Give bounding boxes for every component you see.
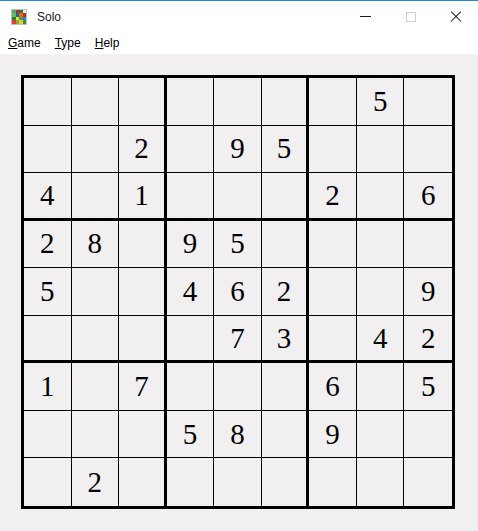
sudoku-cell-r1c2[interactable] — [72, 78, 120, 126]
sudoku-cell-r4c7[interactable] — [309, 221, 357, 269]
sudoku-cell-r7c9[interactable]: 5 — [404, 363, 452, 411]
sudoku-cell-r7c3[interactable]: 7 — [119, 363, 167, 411]
minimize-icon — [360, 16, 371, 17]
sudoku-cell-r2c1[interactable] — [24, 126, 72, 174]
sudoku-cell-r7c8[interactable] — [357, 363, 405, 411]
maximize-button — [388, 1, 433, 32]
sudoku-cell-r2c3[interactable]: 2 — [119, 126, 167, 174]
sudoku-cell-r3c2[interactable] — [72, 173, 120, 221]
sudoku-cell-r5c1[interactable]: 5 — [24, 268, 72, 316]
sudoku-cell-r8c6[interactable] — [262, 411, 310, 459]
sudoku-cell-r6c4[interactable] — [167, 316, 215, 364]
menu-game-hotkey: G — [8, 36, 17, 50]
sudoku-cell-r6c3[interactable] — [119, 316, 167, 364]
sudoku-cell-r9c8[interactable] — [357, 458, 405, 506]
sudoku-cell-r8c5[interactable]: 8 — [214, 411, 262, 459]
sudoku-cell-r2c4[interactable] — [167, 126, 215, 174]
sudoku-cell-r7c4[interactable] — [167, 363, 215, 411]
sudoku-cell-r5c4[interactable]: 4 — [167, 268, 215, 316]
sudoku-cell-r9c6[interactable] — [262, 458, 310, 506]
menu-game-rest: ame — [17, 36, 40, 50]
sudoku-cell-r7c2[interactable] — [72, 363, 120, 411]
sudoku-cell-r5c6[interactable]: 2 — [262, 268, 310, 316]
sudoku-cell-r3c1[interactable]: 4 — [24, 173, 72, 221]
sudoku-cell-r1c8[interactable]: 5 — [357, 78, 405, 126]
sudoku-cell-r8c4[interactable]: 5 — [167, 411, 215, 459]
sudoku-cell-r3c8[interactable] — [357, 173, 405, 221]
sudoku-cell-r8c7[interactable]: 9 — [309, 411, 357, 459]
close-button[interactable] — [433, 1, 478, 32]
sudoku-cell-r4c6[interactable] — [262, 221, 310, 269]
menu-type[interactable]: Type — [48, 33, 88, 54]
sudoku-cell-r5c8[interactable] — [357, 268, 405, 316]
sudoku-cell-r1c6[interactable] — [262, 78, 310, 126]
sudoku-cell-r3c7[interactable]: 2 — [309, 173, 357, 221]
sudoku-cell-r6c2[interactable] — [72, 316, 120, 364]
minimize-button[interactable] — [343, 1, 388, 32]
sudoku-cell-r3c4[interactable] — [167, 173, 215, 221]
app-window: Solo Game Type Help 52954126289554629734… — [0, 0, 478, 531]
sudoku-cell-r4c3[interactable] — [119, 221, 167, 269]
menu-type-rest: ype — [61, 36, 80, 50]
sudoku-cell-r3c3[interactable]: 1 — [119, 173, 167, 221]
menu-bar: Game Type Help — [0, 32, 478, 55]
sudoku-cell-r9c9[interactable] — [404, 458, 452, 506]
sudoku-cell-r1c3[interactable] — [119, 78, 167, 126]
sudoku-cell-r4c1[interactable]: 2 — [24, 221, 72, 269]
title-bar: Solo — [0, 1, 478, 32]
maximize-icon — [406, 12, 416, 22]
game-area: 52954126289554629734217655892 — [0, 55, 478, 531]
menu-help-rest: elp — [103, 36, 119, 50]
sudoku-cell-r8c9[interactable] — [404, 411, 452, 459]
sudoku-cell-r9c5[interactable] — [214, 458, 262, 506]
sudoku-cell-r3c9[interactable]: 6 — [404, 173, 452, 221]
sudoku-cell-r5c7[interactable] — [309, 268, 357, 316]
sudoku-cell-r8c1[interactable] — [24, 411, 72, 459]
sudoku-cell-r6c6[interactable]: 3 — [262, 316, 310, 364]
sudoku-cell-r9c1[interactable] — [24, 458, 72, 506]
window-title: Solo — [37, 10, 61, 24]
sudoku-cell-r7c7[interactable]: 6 — [309, 363, 357, 411]
sudoku-cell-r9c3[interactable] — [119, 458, 167, 506]
sudoku-cell-r2c5[interactable]: 9 — [214, 126, 262, 174]
sudoku-cell-r6c5[interactable]: 7 — [214, 316, 262, 364]
menu-game[interactable]: Game — [1, 33, 48, 54]
sudoku-cell-r5c2[interactable] — [72, 268, 120, 316]
sudoku-cell-r6c1[interactable] — [24, 316, 72, 364]
sudoku-cell-r2c8[interactable] — [357, 126, 405, 174]
sudoku-cell-r3c6[interactable] — [262, 173, 310, 221]
sudoku-cell-r5c3[interactable] — [119, 268, 167, 316]
sudoku-cell-r4c5[interactable]: 5 — [214, 221, 262, 269]
sudoku-cell-r5c9[interactable]: 9 — [404, 268, 452, 316]
sudoku-cell-r4c4[interactable]: 9 — [167, 221, 215, 269]
sudoku-cell-r2c6[interactable]: 5 — [262, 126, 310, 174]
sudoku-cell-r1c5[interactable] — [214, 78, 262, 126]
sudoku-cell-r4c9[interactable] — [404, 221, 452, 269]
sudoku-cell-r9c4[interactable] — [167, 458, 215, 506]
sudoku-cell-r2c7[interactable] — [309, 126, 357, 174]
sudoku-cell-r2c2[interactable] — [72, 126, 120, 174]
sudoku-cell-r1c9[interactable] — [404, 78, 452, 126]
sudoku-cell-r1c1[interactable] — [24, 78, 72, 126]
sudoku-cell-r7c5[interactable] — [214, 363, 262, 411]
sudoku-cell-r6c7[interactable] — [309, 316, 357, 364]
sudoku-cell-r1c7[interactable] — [309, 78, 357, 126]
sudoku-cell-r4c2[interactable]: 8 — [72, 221, 120, 269]
menu-help[interactable]: Help — [88, 33, 127, 54]
sudoku-grid: 52954126289554629734217655892 — [21, 75, 455, 509]
app-icon — [11, 9, 27, 25]
sudoku-cell-r8c2[interactable] — [72, 411, 120, 459]
sudoku-cell-r4c8[interactable] — [357, 221, 405, 269]
sudoku-cell-r8c3[interactable] — [119, 411, 167, 459]
sudoku-cell-r8c8[interactable] — [357, 411, 405, 459]
sudoku-cell-r7c1[interactable]: 1 — [24, 363, 72, 411]
sudoku-cell-r9c2[interactable]: 2 — [72, 458, 120, 506]
sudoku-cell-r3c5[interactable] — [214, 173, 262, 221]
window-controls — [343, 1, 478, 32]
sudoku-cell-r7c6[interactable] — [262, 363, 310, 411]
sudoku-cell-r6c9[interactable]: 2 — [404, 316, 452, 364]
sudoku-cell-r2c9[interactable] — [404, 126, 452, 174]
sudoku-cell-r5c5[interactable]: 6 — [214, 268, 262, 316]
sudoku-cell-r6c8[interactable]: 4 — [357, 316, 405, 364]
sudoku-cell-r9c7[interactable] — [309, 458, 357, 506]
sudoku-cell-r1c4[interactable] — [167, 78, 215, 126]
close-icon — [450, 11, 462, 23]
